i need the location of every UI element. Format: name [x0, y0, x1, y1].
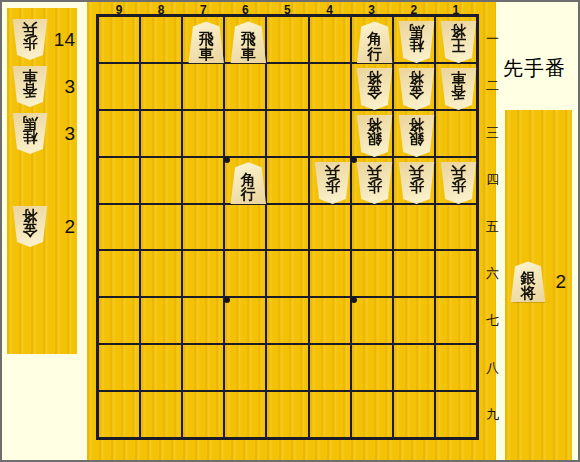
shogi-piece-銀将[interactable]: 銀将 [510, 261, 546, 302]
piece-kanji: 角行 [241, 173, 256, 202]
rank-kanji-label: 六 [486, 265, 499, 283]
hand-slot-歩兵: 歩兵14 [7, 18, 77, 62]
board-cell[interactable] [141, 64, 181, 109]
board-cell[interactable] [141, 158, 181, 203]
piece-kanji: 金将 [23, 208, 38, 237]
board-cell[interactable] [267, 111, 307, 156]
piece-kanji: 香車 [451, 70, 466, 99]
file-number-label: 1 [453, 3, 460, 17]
board-cell[interactable] [183, 298, 223, 343]
rank-kanji-label: 二 [486, 77, 499, 95]
board-cell[interactable] [436, 205, 476, 250]
board-cell[interactable] [394, 392, 434, 437]
board-cell[interactable] [141, 111, 181, 156]
piece-kanji: 飛車 [241, 32, 256, 61]
board-cell[interactable] [352, 298, 392, 343]
file-number-label: 8 [158, 3, 165, 17]
star-point [351, 297, 357, 303]
shogi-piece-香車[interactable]: 香車 [12, 66, 48, 107]
shogi-piece-桂馬[interactable]: 桂馬 [12, 113, 48, 154]
rank-kanji-label: 三 [486, 124, 499, 142]
piece-kanji: 角行 [367, 32, 382, 61]
hand-slot-桂馬: 桂馬3 [7, 112, 77, 156]
piece-kanji: 香車 [23, 68, 38, 97]
board-cell[interactable] [99, 64, 139, 109]
board-cell[interactable] [267, 158, 307, 203]
shogi-board-panel: 飛車飛車角行桂馬王将金将金将香車銀将銀将角行歩兵歩兵歩兵歩兵 987654321… [87, 2, 496, 460]
file-number-label: 6 [242, 3, 249, 17]
board-cell[interactable] [225, 111, 265, 156]
piece-kanji: 歩兵 [451, 164, 466, 193]
board-cell[interactable] [436, 392, 476, 437]
board-cell[interactable] [225, 205, 265, 250]
file-number-label: 3 [368, 3, 375, 17]
file-number-label: 5 [284, 3, 291, 17]
board-cell[interactable] [436, 251, 476, 296]
shogi-app-window: 歩兵14香車3桂馬3金将2 飛車飛車角行桂馬王将金将金将香車銀将銀将角行歩兵歩兵… [0, 0, 580, 462]
shogi-piece-歩兵[interactable]: 歩兵 [356, 162, 393, 204]
board-cell[interactable] [394, 251, 434, 296]
board-cell[interactable] [225, 345, 265, 390]
file-number-label: 4 [326, 3, 333, 17]
piece-kanji: 歩兵 [23, 21, 38, 50]
board-cell[interactable] [225, 392, 265, 437]
piece-kanji: 銀将 [409, 117, 424, 146]
board-cell[interactable] [141, 392, 181, 437]
file-number-label: 9 [116, 3, 123, 17]
hand-piece-count: 3 [64, 76, 75, 98]
shogi-piece-金将[interactable]: 金将 [398, 68, 435, 110]
board-cell[interactable] [352, 251, 392, 296]
board-cell[interactable] [436, 298, 476, 343]
board-cell[interactable] [225, 251, 265, 296]
file-number-label: 2 [410, 3, 417, 17]
shogi-board-grid: 飛車飛車角行桂馬王将金将金将香車銀将銀将角行歩兵歩兵歩兵歩兵 [96, 14, 479, 440]
board-cell[interactable] [183, 205, 223, 250]
board-cell[interactable] [267, 392, 307, 437]
board-cell[interactable] [436, 345, 476, 390]
board-cell[interactable] [267, 298, 307, 343]
board-cell[interactable] [267, 17, 307, 62]
shogi-piece-角行[interactable]: 角行 [230, 162, 267, 204]
shogi-piece-歩兵[interactable]: 歩兵 [398, 162, 435, 204]
board-cell[interactable] [99, 345, 139, 390]
board-cell[interactable] [436, 111, 476, 156]
board-cell[interactable] [99, 392, 139, 437]
shogi-piece-銀将[interactable]: 銀将 [398, 115, 435, 157]
board-cell[interactable] [352, 345, 392, 390]
rank-kanji-label: 七 [486, 312, 499, 330]
hand-slot-銀将: 銀将2 [505, 260, 572, 304]
shogi-piece-銀将[interactable]: 銀将 [356, 115, 393, 157]
hand-piece-count: 14 [54, 29, 75, 51]
board-cell[interactable] [267, 345, 307, 390]
file-number-label: 7 [200, 3, 207, 17]
star-point [351, 157, 357, 163]
shogi-piece-飛車[interactable]: 飛車 [230, 21, 267, 63]
piece-kanji: 歩兵 [367, 164, 382, 193]
sente-captured-pieces-stand: 銀将2 [505, 110, 572, 460]
board-cell[interactable] [352, 205, 392, 250]
board-cell[interactable] [99, 298, 139, 343]
board-cell[interactable] [141, 345, 181, 390]
hand-piece-count: 2 [555, 271, 566, 293]
board-cell[interactable] [99, 17, 139, 62]
board-cell[interactable] [183, 345, 223, 390]
board-cell[interactable] [394, 298, 434, 343]
rank-kanji-label: 五 [486, 218, 499, 236]
board-cell[interactable] [352, 392, 392, 437]
board-cell[interactable] [99, 205, 139, 250]
star-point [224, 297, 230, 303]
board-cell[interactable] [99, 111, 139, 156]
board-cell[interactable] [310, 64, 350, 109]
rank-kanji-label: 一 [486, 30, 499, 48]
rank-kanji-label: 四 [486, 171, 499, 189]
board-cell[interactable] [141, 298, 181, 343]
shogi-piece-歩兵[interactable]: 歩兵 [314, 162, 351, 204]
hand-slot-金将: 金将2 [7, 205, 77, 249]
board-cell[interactable] [141, 251, 181, 296]
piece-kanji: 桂馬 [409, 23, 424, 52]
board-cell[interactable] [310, 205, 350, 250]
star-point [224, 157, 230, 163]
board-cell[interactable] [267, 64, 307, 109]
board-cell[interactable] [183, 158, 223, 203]
board-cell[interactable] [310, 17, 350, 62]
board-cell[interactable] [394, 205, 434, 250]
hand-piece-count: 2 [64, 216, 75, 238]
rank-kanji-label: 九 [486, 406, 499, 424]
piece-kanji: 銀将 [521, 271, 536, 300]
board-cell[interactable] [310, 345, 350, 390]
shogi-piece-角行[interactable]: 角行 [356, 21, 393, 63]
board-cell[interactable] [183, 111, 223, 156]
board-cell[interactable] [310, 251, 350, 296]
shogi-piece-金将[interactable]: 金将 [12, 206, 48, 247]
board-cell[interactable] [141, 17, 181, 62]
board-cell[interactable] [183, 251, 223, 296]
shogi-piece-歩兵[interactable]: 歩兵 [12, 19, 48, 60]
board-cell[interactable] [99, 251, 139, 296]
board-cell[interactable] [310, 392, 350, 437]
shogi-piece-王将[interactable]: 王将 [440, 21, 477, 63]
shogi-piece-桂馬[interactable]: 桂馬 [398, 21, 435, 63]
shogi-piece-香車[interactable]: 香車 [440, 68, 477, 110]
board-cell[interactable] [99, 158, 139, 203]
piece-kanji: 飛車 [199, 32, 214, 61]
board-cell[interactable] [141, 205, 181, 250]
board-cell[interactable] [310, 111, 350, 156]
board-cell[interactable] [183, 392, 223, 437]
piece-kanji: 王将 [451, 23, 466, 52]
piece-kanji: 歩兵 [409, 164, 424, 193]
turn-indicator: 先手番 [503, 55, 579, 82]
board-cell[interactable] [267, 251, 307, 296]
board-cell[interactable] [183, 64, 223, 109]
rank-kanji-label: 八 [486, 359, 499, 377]
shogi-piece-歩兵[interactable]: 歩兵 [440, 162, 477, 204]
gote-captured-pieces-stand: 歩兵14香車3桂馬3金将2 [7, 8, 77, 354]
board-cell[interactable] [225, 64, 265, 109]
board-cell[interactable] [310, 298, 350, 343]
piece-kanji: 銀将 [367, 117, 382, 146]
piece-kanji: 金将 [367, 70, 382, 99]
shogi-piece-飛車[interactable]: 飛車 [188, 21, 225, 63]
board-cell[interactable] [225, 298, 265, 343]
shogi-piece-金将[interactable]: 金将 [356, 68, 393, 110]
piece-kanji: 金将 [409, 70, 424, 99]
piece-kanji: 桂馬 [23, 115, 38, 144]
hand-slot-香車: 香車3 [7, 65, 77, 109]
piece-kanji: 歩兵 [325, 164, 340, 193]
board-cell[interactable] [267, 205, 307, 250]
board-cell[interactable] [394, 345, 434, 390]
hand-piece-count: 3 [64, 123, 75, 145]
